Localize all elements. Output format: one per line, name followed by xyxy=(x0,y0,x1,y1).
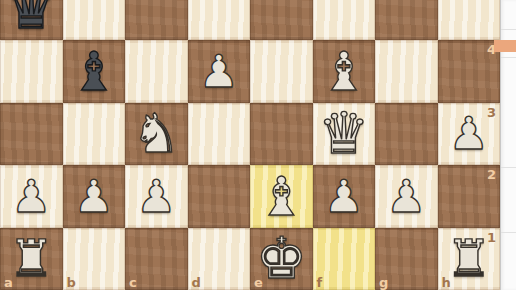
piece-white-knight[interactable]: ♞ xyxy=(125,103,188,166)
square-c5[interactable] xyxy=(125,0,188,40)
chess-board[interactable]: ♛♝♟♝4♞♛♟3♟♟♟♝♟♟2♜abcd♚efg♜1h xyxy=(0,0,500,290)
square-a1[interactable]: ♜a xyxy=(0,228,63,290)
square-h5[interactable] xyxy=(438,0,501,40)
square-b5[interactable] xyxy=(63,0,126,40)
piece-white-pawn[interactable]: ♟ xyxy=(375,165,438,228)
square-a4[interactable] xyxy=(0,40,63,103)
piece-white-pawn[interactable]: ♟ xyxy=(125,165,188,228)
square-d4[interactable]: ♟ xyxy=(188,40,251,103)
square-c3[interactable]: ♞ xyxy=(125,103,188,166)
square-e3[interactable] xyxy=(250,103,313,166)
square-g5[interactable] xyxy=(375,0,438,40)
piece-white-bishop[interactable]: ♝ xyxy=(250,165,313,228)
piece-white-pawn[interactable]: ♟ xyxy=(63,165,126,228)
square-g1[interactable]: g xyxy=(375,228,438,290)
square-f2[interactable]: ♟ xyxy=(313,165,376,228)
square-f5[interactable] xyxy=(313,0,376,40)
file-label-g: g xyxy=(379,275,388,290)
square-h2[interactable]: 2 xyxy=(438,165,501,228)
file-label-e: e xyxy=(254,275,263,290)
square-g3[interactable] xyxy=(375,103,438,166)
square-e5[interactable] xyxy=(250,0,313,40)
panel-divider xyxy=(501,57,516,58)
square-b4[interactable]: ♝ xyxy=(63,40,126,103)
panel-divider xyxy=(501,232,516,233)
square-d1[interactable]: d xyxy=(188,228,251,290)
piece-black-queen[interactable]: ♛ xyxy=(0,0,63,40)
panel-divider xyxy=(501,167,516,168)
file-label-a: a xyxy=(4,275,13,290)
rank-label-1: 1 xyxy=(487,230,496,245)
piece-white-pawn[interactable]: ♟ xyxy=(0,165,63,228)
square-h1[interactable]: ♜1h xyxy=(438,228,501,290)
square-c2[interactable]: ♟ xyxy=(125,165,188,228)
square-h4[interactable]: 4 xyxy=(438,40,501,103)
piece-white-pawn[interactable]: ♟ xyxy=(188,40,251,103)
square-e1[interactable]: ♚e xyxy=(250,228,313,290)
square-d3[interactable] xyxy=(188,103,251,166)
piece-black-bishop[interactable]: ♝ xyxy=(63,40,126,103)
panel-divider xyxy=(501,29,516,30)
square-c4[interactable] xyxy=(125,40,188,103)
piece-white-bishop[interactable]: ♝ xyxy=(313,40,376,103)
square-b3[interactable] xyxy=(63,103,126,166)
square-a5[interactable]: ♛ xyxy=(0,0,63,40)
square-g2[interactable]: ♟ xyxy=(375,165,438,228)
square-a3[interactable] xyxy=(0,103,63,166)
square-a2[interactable]: ♟ xyxy=(0,165,63,228)
square-g4[interactable] xyxy=(375,40,438,103)
rank-label-2: 2 xyxy=(487,167,496,182)
square-f3[interactable]: ♛ xyxy=(313,103,376,166)
square-e4[interactable] xyxy=(250,40,313,103)
piece-white-queen[interactable]: ♛ xyxy=(313,103,376,166)
piece-white-pawn[interactable]: ♟ xyxy=(313,165,376,228)
file-label-b: b xyxy=(67,275,76,290)
square-f4[interactable]: ♝ xyxy=(313,40,376,103)
scrollbar-panel[interactable] xyxy=(500,0,516,290)
screenshot-root: ♛♝♟♝4♞♛♟3♟♟♟♝♟♟2♜abcd♚efg♜1h xyxy=(0,0,516,290)
square-f1[interactable]: f xyxy=(313,228,376,290)
file-label-d: d xyxy=(192,275,201,290)
square-d2[interactable] xyxy=(188,165,251,228)
square-h3[interactable]: ♟3 xyxy=(438,103,501,166)
file-label-f: f xyxy=(317,275,323,290)
scroll-marker xyxy=(494,40,516,52)
rank-label-3: 3 xyxy=(487,105,496,120)
square-b1[interactable]: b xyxy=(63,228,126,290)
file-label-h: h xyxy=(442,275,451,290)
square-e2[interactable]: ♝ xyxy=(250,165,313,228)
file-label-c: c xyxy=(129,275,137,290)
square-b2[interactable]: ♟ xyxy=(63,165,126,228)
square-d5[interactable] xyxy=(188,0,251,40)
square-c1[interactable]: c xyxy=(125,228,188,290)
